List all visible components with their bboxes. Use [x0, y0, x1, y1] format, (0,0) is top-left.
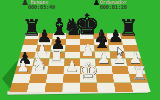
- white-king[interactable]: ♚: [78, 60, 98, 83]
- square-e2[interactable]: ♚: [80, 74, 97, 83]
- square-g1[interactable]: [114, 83, 133, 92]
- square-c1[interactable]: [45, 83, 63, 92]
- white-knight[interactable]: ♞: [30, 54, 47, 73]
- mouse-cursor-icon[interactable]: [117, 47, 125, 58]
- white-pawn[interactable]: ♟: [16, 59, 29, 74]
- stage: ♟ Humano 000:03:49 ♟ Ordenador 000:01:20…: [0, 0, 160, 100]
- square-a2[interactable]: [12, 74, 31, 83]
- square-g4[interactable]: ♟: [110, 59, 127, 66]
- square-g2[interactable]: [113, 74, 131, 83]
- square-f2[interactable]: [96, 74, 114, 83]
- square-a1[interactable]: [9, 83, 29, 92]
- square-b3[interactable]: ♞: [31, 66, 49, 74]
- square-b2[interactable]: [29, 74, 47, 83]
- black-bishop[interactable]: ♝: [92, 30, 111, 52]
- white-pawn[interactable]: ♟: [97, 51, 111, 66]
- square-c3[interactable]: [47, 66, 64, 74]
- square-c4[interactable]: ♜: [48, 59, 64, 66]
- square-d1[interactable]: [62, 83, 80, 92]
- board: ♜♝♞♚♜♟♟♟♟♝♟♟♟♜♟♟♟♟♞♟♚♜: [9, 33, 150, 92]
- white-pawn[interactable]: ♟: [81, 42, 95, 58]
- square-h1[interactable]: [131, 83, 151, 92]
- computer-clock: 000:01:20: [100, 4, 127, 10]
- square-g3[interactable]: [112, 66, 130, 74]
- square-c2[interactable]: [46, 74, 64, 83]
- square-b1[interactable]: [27, 83, 46, 92]
- square-h2[interactable]: ♜: [129, 74, 148, 83]
- square-e1[interactable]: [80, 83, 98, 92]
- white-rook[interactable]: ♜: [48, 47, 65, 65]
- chessboard-scene: ♜♝♞♚♜♟♟♟♟♝♟♟♟♜♟♟♟♟♞♟♚♜: [5, 37, 154, 93]
- white-rook[interactable]: ♜: [131, 65, 147, 83]
- game-window: ♟ Humano 000:03:49 ♟ Ordenador 000:01:20…: [0, 0, 160, 100]
- human-clock: 000:03:49: [28, 4, 55, 10]
- square-f1[interactable]: [97, 83, 115, 92]
- square-d2[interactable]: [63, 74, 80, 83]
- white-pawn[interactable]: ♟: [65, 59, 78, 74]
